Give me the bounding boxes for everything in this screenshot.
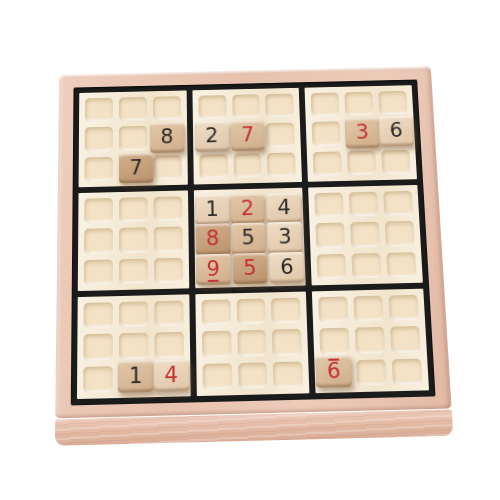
board-box-3: 36 bbox=[305, 85, 417, 182]
cell-r1c9[interactable] bbox=[378, 91, 407, 115]
cell-r7c8[interactable] bbox=[353, 296, 383, 322]
tile-number: 8 bbox=[206, 229, 220, 250]
tile-number: 9 bbox=[206, 259, 220, 280]
board-frame: 872736124853956146 bbox=[55, 66, 451, 418]
cell-r3c4[interactable] bbox=[199, 154, 228, 179]
tile-number: 2 bbox=[205, 127, 218, 147]
board-grid-border: 872736124853956146 bbox=[71, 80, 436, 406]
cell-r5c9[interactable] bbox=[385, 221, 415, 246]
cell-r3c3[interactable] bbox=[153, 155, 182, 180]
cell-r8c6[interactable] bbox=[272, 329, 302, 355]
tile-6[interactable]: 6 bbox=[316, 355, 353, 388]
cell-r3c1[interactable] bbox=[85, 157, 113, 182]
tile-5[interactable]: 5 bbox=[231, 223, 266, 255]
cell-r4c5[interactable]: 2 bbox=[234, 194, 263, 219]
tile-9[interactable]: 9 bbox=[195, 253, 230, 285]
cell-r6c6[interactable]: 6 bbox=[270, 255, 300, 281]
cell-r2c8[interactable]: 3 bbox=[346, 121, 375, 145]
cell-r7c1[interactable] bbox=[84, 302, 113, 328]
tile-number: 6 bbox=[280, 257, 294, 278]
tile-number: 3 bbox=[278, 227, 292, 248]
cell-r6c7[interactable] bbox=[317, 253, 347, 279]
cell-r1c5[interactable] bbox=[232, 94, 261, 118]
cell-r1c4[interactable] bbox=[198, 95, 226, 119]
tile-7[interactable]: 7 bbox=[119, 153, 153, 184]
cell-r6c2[interactable] bbox=[119, 258, 148, 284]
cell-r6c8[interactable] bbox=[352, 253, 382, 279]
cell-r3c5[interactable] bbox=[233, 153, 262, 178]
tile-2[interactable]: 2 bbox=[230, 193, 265, 224]
cell-r5c6[interactable]: 3 bbox=[269, 224, 298, 249]
cell-r4c9[interactable] bbox=[383, 191, 413, 216]
cell-r9c5[interactable] bbox=[238, 362, 268, 389]
cell-r2c7[interactable] bbox=[312, 122, 341, 146]
cell-r7c3[interactable] bbox=[154, 301, 183, 327]
cell-r7c2[interactable] bbox=[119, 301, 148, 327]
tile-3[interactable]: 3 bbox=[345, 118, 380, 148]
cell-r9c4[interactable] bbox=[202, 363, 232, 390]
board-box-5: 124853956 bbox=[194, 188, 306, 289]
cell-r3c2[interactable]: 7 bbox=[119, 156, 147, 181]
tile-2[interactable]: 2 bbox=[195, 121, 230, 151]
tile-6[interactable]: 6 bbox=[269, 252, 305, 284]
cell-r1c8[interactable] bbox=[345, 92, 374, 116]
cell-r6c9[interactable] bbox=[386, 252, 416, 278]
cell-r8c9[interactable] bbox=[390, 326, 421, 352]
cell-r3c9[interactable] bbox=[381, 150, 411, 175]
tile-5[interactable]: 5 bbox=[232, 252, 268, 284]
board-box-2: 27 bbox=[192, 88, 302, 185]
cell-r5c8[interactable] bbox=[350, 222, 380, 247]
board-box-4 bbox=[78, 190, 189, 291]
cell-r2c4[interactable]: 2 bbox=[198, 124, 227, 149]
cell-r4c8[interactable] bbox=[349, 192, 379, 217]
cell-r8c8[interactable] bbox=[355, 327, 385, 353]
cell-r5c1[interactable] bbox=[84, 228, 113, 254]
tile-number: 8 bbox=[160, 128, 173, 148]
cell-r5c5[interactable]: 5 bbox=[235, 225, 264, 250]
cell-r8c3[interactable] bbox=[154, 332, 184, 359]
board-box-8 bbox=[195, 292, 310, 397]
cell-r9c2[interactable]: 1 bbox=[119, 365, 149, 392]
cell-r9c8[interactable] bbox=[356, 359, 387, 386]
tile-number: 6 bbox=[327, 360, 341, 382]
cell-r5c7[interactable] bbox=[316, 223, 346, 248]
cell-r6c1[interactable] bbox=[84, 259, 113, 285]
tile-number: 5 bbox=[241, 228, 255, 249]
cell-r1c7[interactable] bbox=[311, 92, 340, 116]
cell-r4c7[interactable] bbox=[315, 193, 344, 218]
orientation-mark bbox=[328, 358, 339, 360]
cell-r2c6[interactable] bbox=[266, 123, 295, 148]
cell-r2c9[interactable]: 6 bbox=[380, 120, 409, 144]
board-box-9: 6 bbox=[312, 289, 429, 393]
cell-r7c7[interactable] bbox=[318, 297, 348, 323]
cell-r4c1[interactable] bbox=[84, 198, 113, 223]
cell-r4c2[interactable] bbox=[119, 197, 148, 222]
tile-1[interactable]: 1 bbox=[118, 360, 154, 393]
board-boxes: 872736124853956146 bbox=[77, 85, 429, 399]
cell-r8c5[interactable] bbox=[237, 330, 267, 357]
tile-4[interactable]: 4 bbox=[153, 359, 189, 392]
tile-number: 3 bbox=[355, 123, 369, 143]
cell-r4c6[interactable]: 4 bbox=[268, 194, 297, 219]
sudoku-board: 872736124853956146 bbox=[55, 66, 453, 445]
cell-r3c7[interactable] bbox=[313, 151, 342, 176]
tile-number: 2 bbox=[241, 199, 255, 220]
cell-r7c5[interactable] bbox=[236, 299, 266, 325]
board-box-6 bbox=[308, 185, 422, 285]
cell-r6c5[interactable]: 5 bbox=[235, 255, 265, 281]
cell-r3c8[interactable] bbox=[347, 150, 376, 175]
cell-r8c2[interactable] bbox=[119, 333, 148, 360]
cell-r6c4[interactable]: 9 bbox=[200, 256, 229, 282]
cell-r7c9[interactable] bbox=[389, 295, 419, 321]
cell-r2c1[interactable] bbox=[85, 127, 113, 152]
cell-r8c1[interactable] bbox=[83, 334, 112, 361]
cell-r5c4[interactable]: 8 bbox=[200, 226, 229, 251]
cell-r5c2[interactable] bbox=[119, 228, 148, 254]
cell-r1c1[interactable] bbox=[85, 98, 113, 122]
tile-number: 1 bbox=[129, 365, 143, 387]
orientation-mark bbox=[208, 280, 219, 282]
tile-number: 5 bbox=[243, 258, 257, 279]
cell-r9c6[interactable] bbox=[273, 361, 303, 388]
cell-r1c3[interactable] bbox=[153, 96, 181, 120]
cell-r9c1[interactable] bbox=[83, 366, 113, 393]
tile-number: 4 bbox=[277, 198, 291, 219]
tile-number: 4 bbox=[164, 364, 178, 386]
tile-8[interactable]: 8 bbox=[150, 122, 184, 152]
cell-r4c4[interactable]: 1 bbox=[200, 195, 229, 220]
cell-r8c7[interactable] bbox=[320, 328, 350, 354]
cell-r9c9[interactable] bbox=[392, 358, 423, 385]
cell-r8c4[interactable] bbox=[202, 331, 232, 358]
cell-r9c3[interactable]: 4 bbox=[154, 364, 184, 391]
tile-7[interactable]: 7 bbox=[230, 121, 265, 151]
tile-number: 7 bbox=[129, 158, 142, 178]
tile-number: 6 bbox=[389, 121, 403, 141]
board-box-7: 14 bbox=[77, 294, 190, 399]
tile-6[interactable]: 6 bbox=[379, 116, 415, 146]
cell-r3c6[interactable] bbox=[267, 152, 296, 177]
cell-r6c3[interactable] bbox=[154, 257, 183, 283]
cell-r2c5[interactable]: 7 bbox=[232, 123, 261, 148]
product-photo: 872736124853956146 bbox=[0, 0, 500, 500]
cell-r2c2[interactable] bbox=[119, 126, 147, 151]
tile-1[interactable]: 1 bbox=[195, 194, 230, 225]
tile-8[interactable]: 8 bbox=[195, 224, 230, 256]
tile-number: 1 bbox=[205, 199, 219, 220]
cell-r1c2[interactable] bbox=[119, 97, 147, 121]
cell-r7c4[interactable] bbox=[201, 299, 231, 325]
tile-4[interactable]: 4 bbox=[266, 193, 301, 224]
cell-r9c7[interactable]: 6 bbox=[321, 360, 351, 387]
cell-r1c6[interactable] bbox=[265, 94, 294, 118]
cell-r7c6[interactable] bbox=[271, 298, 301, 324]
cell-r2c3[interactable]: 8 bbox=[153, 125, 181, 150]
tile-3[interactable]: 3 bbox=[267, 222, 303, 253]
cell-r4c3[interactable] bbox=[153, 196, 182, 221]
board-box-1: 87 bbox=[79, 90, 188, 187]
tile-number: 7 bbox=[241, 126, 255, 146]
cell-r5c3[interactable] bbox=[153, 227, 182, 252]
